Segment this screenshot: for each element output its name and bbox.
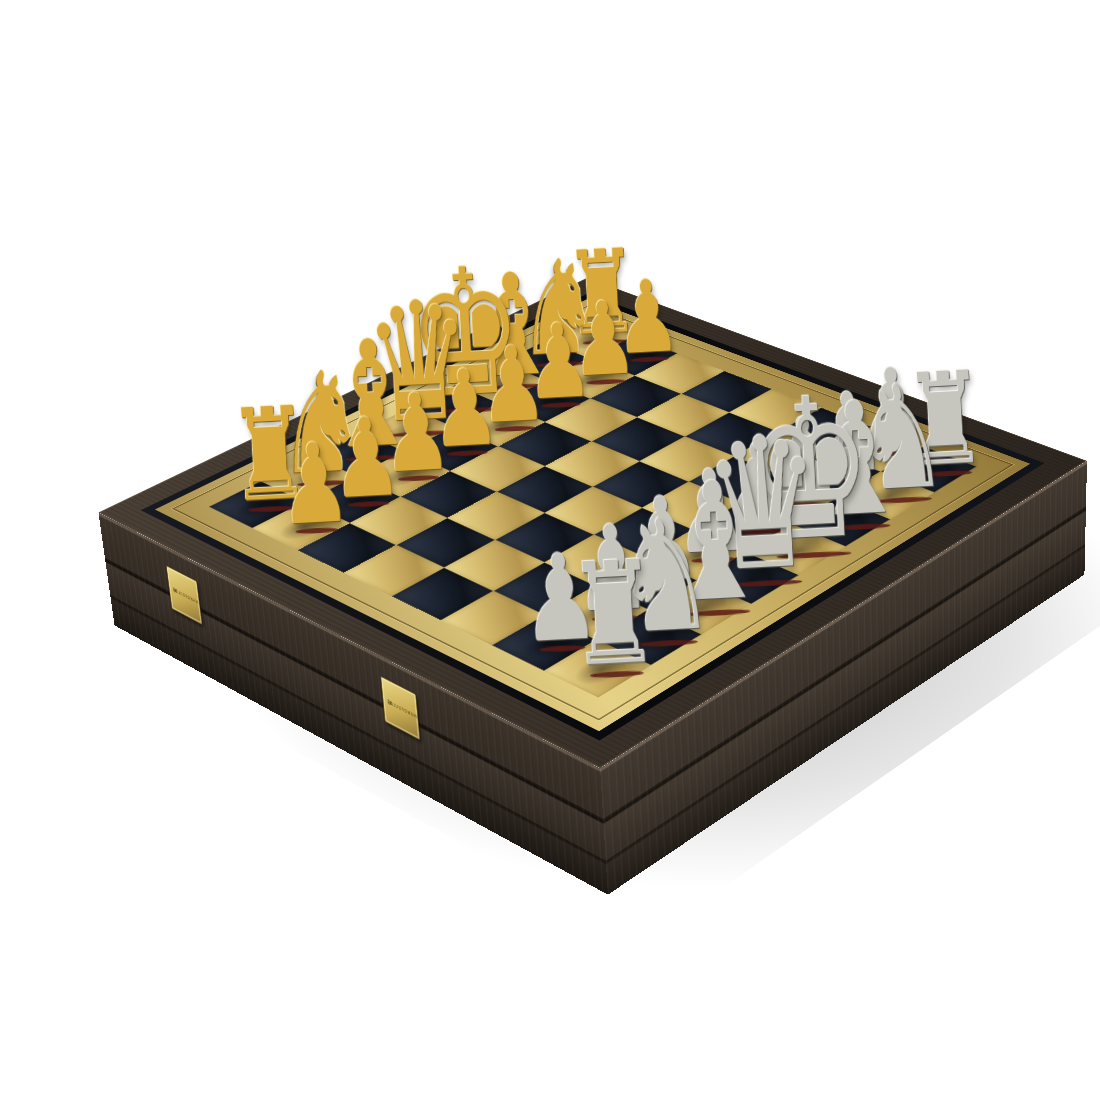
latch-engraving: MANOPOULOS [173, 587, 199, 606]
piece-gold-pawn-a2[interactable]: ♟ [276, 432, 352, 535]
piece-silver-rook-a8[interactable]: ♜ [565, 548, 662, 679]
case-latch[interactable]: MANOPOULOS [380, 676, 420, 741]
case-latch[interactable]: MANOPOULOS [166, 565, 202, 625]
camera-lean: MANOPOULOS MANOPOULOS ♜♞♝♛♚♝♞♜♟♟♟♟♟♟♟♟♟♟… [0, 0, 1100, 1100]
latch-engraving: MANOPOULOS [387, 699, 417, 720]
chess-set-photo: MANOPOULOS MANOPOULOS ♜♞♝♛♚♝♞♜♟♟♟♟♟♟♟♟♟♟… [0, 0, 1100, 1100]
chess-case-3d: MANOPOULOS MANOPOULOS ♜♞♝♛♚♝♞♜♟♟♟♟♟♟♟♟♟♟… [98, 278, 1087, 769]
